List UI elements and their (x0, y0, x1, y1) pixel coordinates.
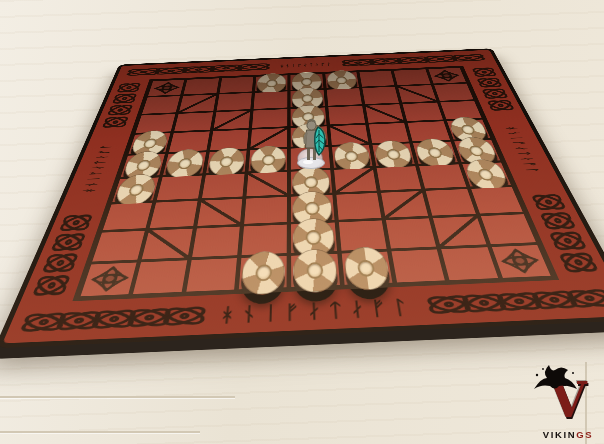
cell-b6[interactable] (157, 175, 202, 200)
cell-i1[interactable] (428, 68, 466, 84)
cell-f6[interactable] (334, 168, 377, 192)
cell-a6[interactable] (112, 177, 159, 202)
cell-h1[interactable] (394, 69, 430, 85)
cell-f9[interactable] (341, 251, 392, 284)
rune-inscription-bottom: ᚼᚾᛁᚠᛅᛏᛅᚠᛚ (218, 295, 416, 325)
cell-g8[interactable] (386, 219, 436, 249)
cell-g1[interactable] (359, 71, 394, 87)
attacker-piece[interactable] (293, 248, 338, 293)
attacker-piece[interactable] (414, 138, 458, 168)
cell-b9[interactable] (133, 260, 187, 294)
cell-h6[interactable] (419, 164, 466, 188)
vikings-logo: V VIKINGS (535, 371, 601, 440)
cell-f2[interactable] (327, 88, 362, 105)
cell-b3[interactable] (174, 112, 212, 131)
king-figure-head (307, 121, 316, 130)
attacker-piece[interactable] (240, 250, 285, 295)
cell-b7[interactable] (150, 201, 197, 228)
cell-e9[interactable] (291, 254, 339, 287)
cell-a2[interactable] (142, 96, 180, 114)
cell-f3[interactable] (328, 106, 365, 125)
raven-icon (531, 363, 579, 391)
cell-d9[interactable] (239, 256, 287, 290)
cell-c9[interactable] (186, 258, 237, 292)
cell-c3[interactable] (213, 111, 250, 130)
cell-a7[interactable] (103, 203, 153, 230)
hnefatafl-board: ᚼᚾᛁᚠᛅᛏᛅᚠᛚ ᚼᚾᛁᚠᛅᛏᛅᚠᛚ ᚼᚾᛁᚠᛅᛏᛅᚠᛚ ᚼᚾᛁᚠᛅᛏᛅᚠᛚ (0, 48, 604, 348)
king-piece[interactable] (294, 100, 330, 170)
cell-c6[interactable] (202, 174, 245, 199)
cell-b2[interactable] (179, 95, 216, 112)
cell-f5[interactable] (332, 145, 373, 167)
knotwork-chain-icon (418, 280, 604, 323)
cell-i9[interactable] (492, 245, 551, 278)
cell-g3[interactable] (365, 104, 403, 123)
cell-a1[interactable] (148, 80, 184, 96)
cell-g5[interactable] (373, 144, 415, 166)
cell-h5[interactable] (413, 142, 457, 164)
cell-h9[interactable] (441, 247, 497, 280)
cell-f7[interactable] (336, 193, 381, 220)
cell-d5[interactable] (248, 149, 287, 171)
attacker-piece[interactable] (112, 173, 158, 206)
cell-h7[interactable] (426, 189, 476, 216)
cell-c1[interactable] (219, 77, 253, 93)
cell-a8[interactable] (92, 231, 145, 261)
defender-piece[interactable] (333, 142, 372, 172)
cell-d1[interactable] (255, 75, 288, 91)
defender-piece[interactable] (250, 145, 286, 175)
cell-b5[interactable] (163, 152, 205, 175)
knotwork-chain-icon (9, 298, 214, 342)
wood-plank-seam (0, 431, 200, 433)
defender-piece[interactable] (207, 147, 246, 177)
cell-h2[interactable] (398, 85, 436, 102)
cell-i8[interactable] (481, 214, 536, 244)
cell-d2[interactable] (254, 91, 288, 108)
cell-b8[interactable] (142, 229, 192, 259)
cell-d3[interactable] (252, 109, 287, 128)
cell-c5[interactable] (206, 151, 247, 173)
cell-h8[interactable] (433, 216, 486, 246)
cell-f1[interactable] (325, 72, 359, 88)
wood-plank-seam (0, 396, 235, 398)
attacker-piece[interactable] (462, 158, 511, 191)
cell-g6[interactable] (377, 166, 422, 190)
cell-d7[interactable] (244, 197, 287, 224)
cell-c8[interactable] (192, 227, 240, 257)
cell-i6[interactable] (462, 162, 511, 186)
cell-c7[interactable] (197, 199, 242, 226)
cell-a9[interactable] (81, 262, 137, 296)
logo-wordmark: VIKINGS (535, 429, 601, 440)
rune-inscription-top: ᚼᚾᛁᚠᛅᛏᛅᚠᛚ (280, 62, 333, 68)
rune-inscription-right: ᚼᚾᛁᚠᛅᛏᛅᚠᛚ (504, 126, 542, 174)
cell-h3[interactable] (403, 102, 443, 121)
cell-d6[interactable] (246, 172, 287, 197)
rune-inscription-left: ᚼᚾᛁᚠᛅᛏᛅᚠᛚ (80, 144, 114, 194)
cell-g9[interactable] (391, 249, 445, 282)
cell-i7[interactable] (471, 187, 523, 214)
cell-i2[interactable] (434, 84, 473, 101)
defender-piece[interactable] (373, 140, 414, 170)
photo-background: ᚼᚾᛁᚠᛅᛏᛅᚠᛚ ᚼᚾᛁᚠᛅᛏᛅᚠᛚ ᚼᚾᛁᚠᛅᛏᛅᚠᛚ ᚼᚾᛁᚠᛅᛏᛅᚠᛚ (0, 0, 604, 444)
attacker-piece[interactable] (343, 246, 392, 291)
cell-g2[interactable] (362, 87, 399, 104)
cell-b1[interactable] (184, 78, 219, 94)
cell-c2[interactable] (216, 93, 251, 110)
cell-g7[interactable] (381, 191, 428, 218)
